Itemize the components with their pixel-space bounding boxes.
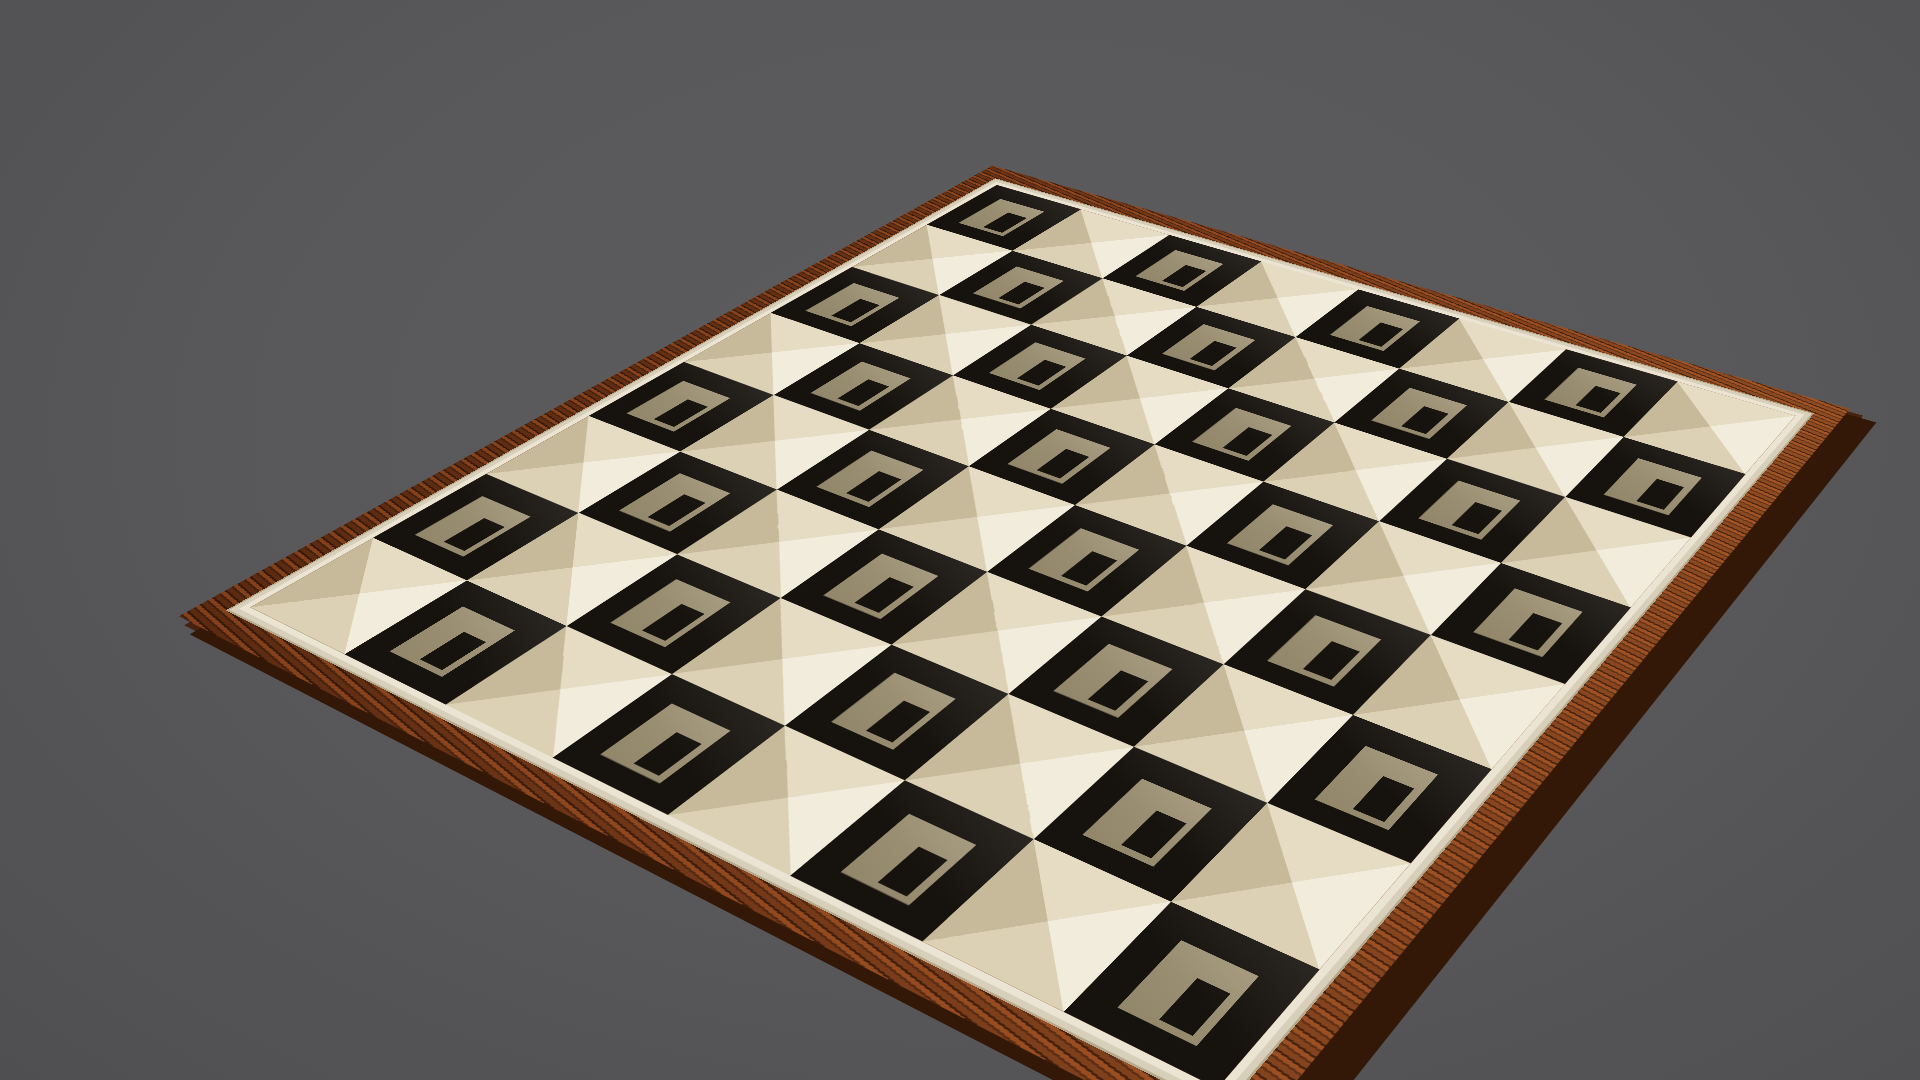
- scene: ♜♞♝♛♚♝♞♜♟♟♟♟♟♟♟♟♟♟♟♟♟♟♟♟♜♞♝♛♚♝♞♜: [0, 0, 1920, 1080]
- board-grid: ♜♞♝♛♚♝♞♜♟♟♟♟♟♟♟♟♟♟♟♟♟♟♟♟♜♞♝♛♚♝♞♜: [250, 185, 1795, 1080]
- render-background: ♜♞♝♛♚♝♞♜♟♟♟♟♟♟♟♟♟♟♟♟♟♟♟♟♜♞♝♛♚♝♞♜: [0, 0, 1920, 1080]
- chess-board: ♜♞♝♛♚♝♞♜♟♟♟♟♟♟♟♟♟♟♟♟♟♟♟♟♜♞♝♛♚♝♞♜: [179, 165, 1850, 1080]
